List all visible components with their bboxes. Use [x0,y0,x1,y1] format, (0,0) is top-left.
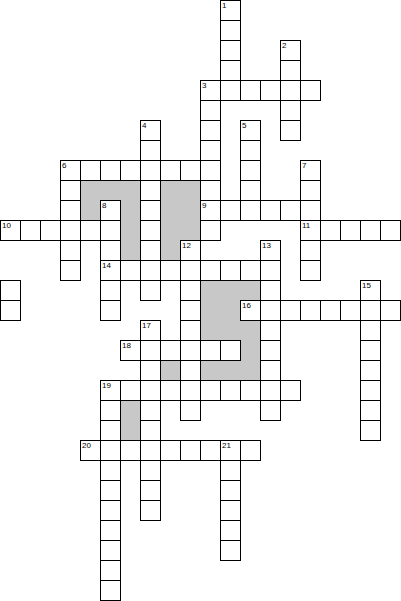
shaded-cell [120,180,141,201]
crossword-cell[interactable] [120,160,141,181]
crossword-cell[interactable] [280,100,301,121]
clue-number: 4 [142,121,146,130]
crossword-cell[interactable] [180,160,201,181]
crossword-cell[interactable] [140,460,161,481]
crossword-cell[interactable]: 5 [240,120,261,141]
clue-number: 5 [242,121,246,130]
clue-number: 2 [282,41,286,50]
crossword-cell[interactable] [200,120,221,141]
crossword-cell[interactable] [260,380,281,401]
crossword-cell[interactable] [260,340,281,361]
crossword-cell[interactable] [360,320,381,341]
crossword-cell[interactable] [180,320,201,341]
shaded-cell [120,400,141,421]
clue-number: 21 [222,441,231,450]
crossword-cell[interactable]: 1 [220,0,241,21]
crossword-cell[interactable] [200,140,221,161]
crossword-cell[interactable] [260,320,281,341]
crossword-cell[interactable] [220,540,241,561]
clue-number: 16 [242,301,251,310]
crossword-cell[interactable] [160,160,181,181]
clue-number: 17 [142,321,151,330]
crossword-cell[interactable] [60,240,81,261]
crossword-cell[interactable] [280,120,301,141]
clue-number: 8 [102,201,106,210]
crossword-cell[interactable] [100,280,121,301]
crossword-cell[interactable] [360,360,381,381]
crossword-cell[interactable] [120,260,141,281]
crossword-cell[interactable] [300,240,321,261]
crossword-cell[interactable] [140,500,161,521]
crossword-cell[interactable] [200,180,221,201]
crossword-cell[interactable] [200,220,221,241]
crossword-cell[interactable] [160,260,181,281]
shaded-cell [240,280,261,301]
crossword-cell[interactable] [100,160,121,181]
crossword-cell[interactable] [140,440,161,461]
crossword-cell[interactable] [240,180,261,201]
crossword-cell[interactable] [240,260,261,281]
crossword-cell[interactable] [160,380,181,401]
crossword-cell[interactable] [200,160,221,181]
crossword-cell[interactable] [300,80,321,101]
clue-number: 10 [2,221,11,230]
clue-number: 6 [62,161,66,170]
crossword-cell[interactable] [300,300,321,321]
crossword-cell[interactable] [220,260,241,281]
crossword-cell[interactable] [260,400,281,421]
crossword-cell[interactable] [300,260,321,281]
crossword-cell[interactable] [140,340,161,361]
crossword-cell[interactable] [220,480,241,501]
crossword-cell[interactable] [240,80,261,101]
crossword-cell[interactable] [360,400,381,421]
crossword-cell[interactable] [140,420,161,441]
crossword-cell[interactable]: 11 [300,220,321,241]
crossword-cell[interactable] [200,440,221,461]
crossword-cell[interactable] [240,440,261,461]
clue-number: 12 [182,241,191,250]
shaded-cell [100,180,121,201]
shaded-cell [240,320,261,341]
crossword-cell[interactable] [380,300,401,321]
shaded-cell [120,200,141,221]
crossword-cell[interactable] [140,220,161,241]
crossword-cell[interactable] [140,360,161,381]
crossword-cell[interactable] [140,480,161,501]
clue-number: 13 [262,241,271,250]
crossword-cell[interactable] [200,380,221,401]
crossword-cell[interactable] [80,160,101,181]
crossword-cell[interactable] [220,340,241,361]
crossword-cell[interactable]: 20 [80,440,101,461]
crossword-cell[interactable] [140,160,161,181]
crossword-cell[interactable] [60,200,81,221]
crossword-cell[interactable] [220,460,241,481]
shaded-cell [120,240,141,261]
shaded-cell [200,320,221,341]
crossword-cell[interactable] [180,360,201,381]
shaded-cell [160,200,181,221]
crossword-cell[interactable] [40,220,61,241]
crossword-cell[interactable] [260,300,281,321]
clue-number: 19 [102,381,111,390]
shaded-cell [200,300,221,321]
crossword-cell[interactable]: 21 [220,440,241,461]
crossword-cell[interactable]: 18 [120,340,141,361]
crossword-cell[interactable] [100,500,121,521]
crossword-cell[interactable] [220,380,241,401]
crossword-cell[interactable] [200,100,221,121]
crossword-cell[interactable] [360,380,381,401]
crossword-cell[interactable] [100,420,121,441]
shaded-cell [180,220,201,241]
crossword-cell[interactable] [180,280,201,301]
crossword-page: 123456789101112131415161718192021 [0,0,401,601]
crossword-cell[interactable] [140,380,161,401]
crossword-cell[interactable] [100,520,121,541]
crossword-cell[interactable] [360,420,381,441]
crossword-cell[interactable]: 10 [0,220,21,241]
crossword-cell[interactable]: 15 [360,280,381,301]
shaded-cell [220,320,241,341]
crossword-cell[interactable] [200,260,221,281]
shaded-cell [120,220,141,241]
crossword-cell[interactable] [220,520,241,541]
crossword-cell[interactable] [180,440,201,461]
crossword-cell[interactable] [140,240,161,261]
crossword-cell[interactable] [320,220,341,241]
crossword-cell[interactable] [260,200,281,221]
shaded-cell [120,420,141,441]
crossword-cell[interactable] [380,220,401,241]
shaded-cell [160,240,181,261]
crossword-cell[interactable] [320,300,341,321]
crossword-cell[interactable] [80,220,101,241]
crossword-cell[interactable] [100,440,121,461]
clue-number: 7 [302,161,306,170]
crossword-cell[interactable]: 4 [140,120,161,141]
crossword-cell[interactable] [140,140,161,161]
crossword-cell[interactable] [100,460,121,481]
crossword-cell[interactable] [300,180,321,201]
crossword-cell[interactable] [280,380,301,401]
crossword-cell[interactable]: 19 [100,380,121,401]
crossword-cell[interactable] [360,340,381,361]
crossword-cell[interactable] [280,300,301,321]
crossword-cell[interactable] [100,400,121,421]
crossword-cell[interactable] [280,200,301,221]
crossword-cell[interactable] [300,200,321,221]
crossword-cell[interactable] [60,180,81,201]
crossword-cell[interactable]: 9 [200,200,221,221]
crossword-cell[interactable] [280,80,301,101]
crossword-cell[interactable] [100,560,121,581]
crossword-cell[interactable] [340,300,361,321]
crossword-cell[interactable] [100,540,121,561]
crossword-cell[interactable] [140,200,161,221]
shaded-cell [160,180,181,201]
crossword-cell[interactable] [60,220,81,241]
crossword-cell[interactable] [160,440,181,461]
crossword-cell[interactable] [140,180,161,201]
shaded-cell [240,360,261,381]
crossword-cell[interactable] [260,360,281,381]
shaded-cell [180,180,201,201]
crossword-cell[interactable]: 3 [200,80,221,101]
clue-number: 9 [202,201,206,210]
crossword-cell[interactable] [220,200,241,221]
shaded-cell [160,360,181,381]
crossword-cell[interactable]: 13 [260,240,281,261]
crossword-cell[interactable] [20,220,41,241]
crossword-cell[interactable] [220,500,241,521]
crossword-cell[interactable] [180,380,201,401]
clue-number: 14 [102,261,111,270]
crossword-cell[interactable] [340,220,361,241]
crossword-cell[interactable]: 8 [100,200,121,221]
shaded-cell [240,340,261,361]
crossword-cell[interactable] [180,400,201,421]
crossword-cell[interactable] [180,300,201,321]
crossword-cell[interactable] [120,380,141,401]
crossword-cell[interactable] [360,220,381,241]
shaded-cell [220,300,241,321]
shaded-cell [200,360,221,381]
crossword-cell[interactable] [260,260,281,281]
crossword-cell[interactable] [220,20,241,41]
crossword-cell[interactable] [260,80,281,101]
crossword-cell[interactable]: 17 [140,320,161,341]
crossword-cell[interactable] [220,60,241,81]
crossword-cell[interactable] [140,260,161,281]
crossword-cell[interactable] [240,160,261,181]
crossword-cell[interactable]: 14 [100,260,121,281]
clue-number: 1 [222,1,226,10]
clue-number: 18 [122,341,131,350]
crossword-cell[interactable] [100,300,121,321]
crossword-cell[interactable] [200,340,221,361]
crossword-cell[interactable]: 16 [240,300,261,321]
shaded-cell [220,280,241,301]
crossword-grid: 123456789101112131415161718192021 [0,0,401,601]
crossword-cell[interactable]: 12 [180,240,201,261]
crossword-cell[interactable] [60,260,81,281]
crossword-cell[interactable] [220,80,241,101]
shaded-cell [200,280,221,301]
crossword-cell[interactable] [100,480,121,501]
shaded-cell [220,360,241,381]
crossword-cell[interactable] [0,280,21,301]
crossword-cell[interactable]: 2 [280,40,301,61]
crossword-cell[interactable] [100,580,121,601]
crossword-cell[interactable] [100,220,121,241]
crossword-cell[interactable] [240,140,261,161]
clue-number: 20 [82,441,91,450]
shaded-cell [160,220,181,241]
clue-number: 15 [362,281,371,290]
crossword-cell[interactable] [140,280,161,301]
clue-number: 11 [302,221,310,230]
crossword-cell[interactable] [360,300,381,321]
crossword-cell[interactable] [120,440,141,461]
crossword-cell[interactable] [280,60,301,81]
shaded-cell [80,180,101,201]
crossword-cell[interactable] [140,400,161,421]
crossword-cell[interactable] [180,260,201,281]
crossword-cell[interactable]: 7 [300,160,321,181]
clue-number: 3 [202,81,206,90]
crossword-cell[interactable] [220,40,241,61]
shaded-cell [80,200,101,221]
crossword-cell[interactable] [240,200,261,221]
crossword-cell[interactable] [240,380,261,401]
crossword-cell[interactable]: 6 [60,160,81,181]
crossword-cell[interactable] [0,300,21,321]
crossword-cell[interactable] [260,280,281,301]
shaded-cell [180,200,201,221]
crossword-cell[interactable] [180,340,201,361]
crossword-cell[interactable] [160,340,181,361]
crossword-cell[interactable] [100,240,121,261]
